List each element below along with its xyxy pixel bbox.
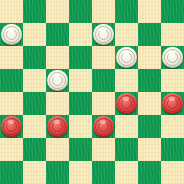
piece-highlight — [100, 28, 106, 32]
board-square-c4r3[interactable] — [92, 69, 115, 92]
board-square-c4r2 — [92, 46, 115, 69]
board-square-c6r3[interactable] — [138, 69, 161, 92]
board-square-c1r4[interactable] — [23, 92, 46, 115]
checkers-board — [0, 0, 184, 184]
white-piece[interactable] — [162, 47, 183, 68]
board-square-c4r7[interactable] — [92, 161, 115, 184]
red-piece[interactable] — [116, 93, 137, 114]
piece-inner-ring — [6, 121, 17, 132]
board-square-c0r2 — [0, 46, 23, 69]
piece-outer-ring — [49, 72, 66, 89]
board-square-c0r3[interactable] — [0, 69, 23, 92]
board-square-c7r6[interactable] — [161, 138, 184, 161]
board-square-c7r3 — [161, 69, 184, 92]
piece-outer-ring — [118, 49, 135, 66]
piece-outer-ring — [95, 118, 112, 135]
piece-highlight — [54, 74, 60, 78]
white-piece[interactable] — [47, 70, 68, 91]
board-square-c2r1[interactable] — [46, 23, 69, 46]
piece-outer-ring — [3, 26, 20, 43]
board-square-c4r1[interactable] — [92, 23, 115, 46]
board-square-c3r2[interactable] — [69, 46, 92, 69]
board-square-c4r0 — [92, 0, 115, 23]
board-square-c3r5 — [69, 115, 92, 138]
board-square-c7r1 — [161, 23, 184, 46]
board-square-c7r4[interactable] — [161, 92, 184, 115]
piece-highlight — [169, 97, 175, 101]
board-square-c4r4 — [92, 92, 115, 115]
piece-inner-ring — [6, 29, 17, 40]
board-square-c0r6 — [0, 138, 23, 161]
board-square-c3r1 — [69, 23, 92, 46]
red-piece[interactable] — [47, 116, 68, 137]
board-square-c1r7 — [23, 161, 46, 184]
board-square-c0r4 — [0, 92, 23, 115]
board-square-c2r7[interactable] — [46, 161, 69, 184]
board-square-c0r1[interactable] — [0, 23, 23, 46]
piece-outer-ring — [95, 26, 112, 43]
piece-inner-ring — [98, 29, 109, 40]
board-square-c3r3 — [69, 69, 92, 92]
board-square-c5r5 — [115, 115, 138, 138]
piece-inner-ring — [52, 75, 63, 86]
board-square-c4r5[interactable] — [92, 115, 115, 138]
board-square-c6r6 — [138, 138, 161, 161]
board-square-c3r0[interactable] — [69, 0, 92, 23]
piece-inner-ring — [167, 98, 178, 109]
piece-outer-ring — [164, 95, 181, 112]
red-piece[interactable] — [93, 116, 114, 137]
board-square-c7r0[interactable] — [161, 0, 184, 23]
board-square-c2r2 — [46, 46, 69, 69]
board-square-c5r3 — [115, 69, 138, 92]
board-square-c7r2[interactable] — [161, 46, 184, 69]
board-square-c5r2[interactable] — [115, 46, 138, 69]
board-square-c2r0 — [46, 0, 69, 23]
piece-highlight — [123, 97, 129, 101]
red-piece[interactable] — [162, 93, 183, 114]
board-square-c1r5 — [23, 115, 46, 138]
red-piece[interactable] — [1, 116, 22, 137]
board-square-c5r0[interactable] — [115, 0, 138, 23]
board-square-c1r6[interactable] — [23, 138, 46, 161]
piece-inner-ring — [167, 52, 178, 63]
piece-inner-ring — [98, 121, 109, 132]
piece-outer-ring — [118, 95, 135, 112]
white-piece[interactable] — [93, 24, 114, 45]
piece-inner-ring — [52, 121, 63, 132]
board-square-c5r6[interactable] — [115, 138, 138, 161]
white-piece[interactable] — [116, 47, 137, 68]
piece-outer-ring — [164, 49, 181, 66]
piece-highlight — [169, 51, 175, 55]
board-square-c3r7 — [69, 161, 92, 184]
board-square-c0r5[interactable] — [0, 115, 23, 138]
board-square-c5r4[interactable] — [115, 92, 138, 115]
piece-highlight — [8, 120, 14, 124]
board-square-c4r6 — [92, 138, 115, 161]
board-square-c2r4 — [46, 92, 69, 115]
board-square-c2r3[interactable] — [46, 69, 69, 92]
board-square-c3r4[interactable] — [69, 92, 92, 115]
white-piece[interactable] — [1, 24, 22, 45]
board-square-c6r4 — [138, 92, 161, 115]
board-square-c6r0 — [138, 0, 161, 23]
piece-highlight — [54, 120, 60, 124]
board-square-c2r5[interactable] — [46, 115, 69, 138]
board-square-c1r2[interactable] — [23, 46, 46, 69]
piece-highlight — [100, 120, 106, 124]
piece-outer-ring — [49, 118, 66, 135]
board-square-c0r7[interactable] — [0, 161, 23, 184]
piece-outer-ring — [3, 118, 20, 135]
board-square-c3r6[interactable] — [69, 138, 92, 161]
board-square-c6r7[interactable] — [138, 161, 161, 184]
piece-inner-ring — [121, 52, 132, 63]
board-square-c6r1[interactable] — [138, 23, 161, 46]
piece-highlight — [123, 51, 129, 55]
board-square-c7r5 — [161, 115, 184, 138]
board-square-c1r3 — [23, 69, 46, 92]
piece-inner-ring — [121, 98, 132, 109]
board-square-c7r7 — [161, 161, 184, 184]
piece-highlight — [8, 28, 14, 32]
board-square-c5r7 — [115, 161, 138, 184]
board-square-c1r1 — [23, 23, 46, 46]
board-square-c2r6 — [46, 138, 69, 161]
board-square-c0r0 — [0, 0, 23, 23]
board-square-c1r0[interactable] — [23, 0, 46, 23]
board-square-c6r5[interactable] — [138, 115, 161, 138]
board-square-c5r1 — [115, 23, 138, 46]
board-square-c6r2 — [138, 46, 161, 69]
